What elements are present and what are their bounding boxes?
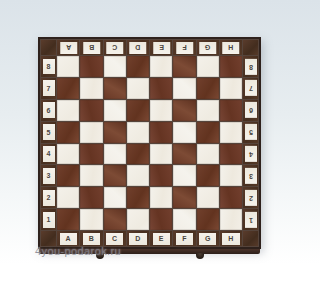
frame-corner (41, 40, 56, 55)
rank-label-left-5: 5 (41, 122, 56, 143)
square-b1 (80, 209, 102, 230)
file-label-bottom-g: G (197, 231, 219, 246)
square-c8 (104, 56, 126, 77)
square-c6 (104, 100, 126, 121)
coordinate-label: 7 (43, 80, 55, 96)
file-label-top-a: A (57, 40, 79, 55)
square-b6 (80, 100, 102, 121)
square-b5 (80, 122, 102, 143)
coordinate-label: B (83, 42, 100, 54)
square-h6 (220, 100, 242, 121)
rank-label-right-4: 4 (243, 144, 258, 165)
coordinate-label: G (199, 42, 216, 54)
rank-label-left-2: 2 (41, 187, 56, 208)
square-d1 (127, 209, 149, 230)
square-g5 (197, 122, 219, 143)
square-e7 (150, 78, 172, 99)
file-label-bottom-c: C (104, 231, 126, 246)
rank-label-left-3: 3 (41, 165, 56, 186)
square-d7 (127, 78, 149, 99)
hinge-right-icon (196, 253, 204, 259)
square-e5 (150, 122, 172, 143)
file-label-top-d: D (127, 40, 149, 55)
rank-label-left-8: 8 (41, 56, 56, 77)
coordinate-label: F (176, 42, 193, 54)
file-label-bottom-h: H (220, 231, 242, 246)
coordinate-label: 2 (245, 190, 257, 206)
square-f1 (173, 209, 195, 230)
square-f7 (173, 78, 195, 99)
coordinate-label: G (199, 233, 216, 245)
file-label-bottom-e: E (150, 231, 172, 246)
rank-label-right-8: 8 (243, 56, 258, 77)
square-c5 (104, 122, 126, 143)
square-f6 (173, 100, 195, 121)
rank-label-right-2: 2 (243, 187, 258, 208)
square-b2 (80, 187, 102, 208)
square-d6 (127, 100, 149, 121)
square-g1 (197, 209, 219, 230)
coordinate-label: 5 (245, 124, 257, 140)
coordinate-label: D (129, 233, 146, 245)
coordinate-label: 5 (43, 124, 55, 140)
coordinate-label: D (129, 42, 146, 54)
square-f5 (173, 122, 195, 143)
square-f2 (173, 187, 195, 208)
coordinate-label: H (222, 233, 239, 245)
square-d2 (127, 187, 149, 208)
square-h1 (220, 209, 242, 230)
square-e6 (150, 100, 172, 121)
frame-corner (243, 231, 258, 246)
square-g6 (197, 100, 219, 121)
rank-label-right-6: 6 (243, 100, 258, 121)
square-b7 (80, 78, 102, 99)
square-h7 (220, 78, 242, 99)
square-a2 (57, 187, 79, 208)
square-g3 (197, 165, 219, 186)
photo-background: ABCDEFGH8877665544332211ABCDEFGH 4you-po… (0, 0, 300, 300)
coordinate-label: B (83, 233, 100, 245)
square-e3 (150, 165, 172, 186)
square-h2 (220, 187, 242, 208)
square-f3 (173, 165, 195, 186)
rank-label-right-1: 1 (243, 209, 258, 230)
frame-corner (243, 40, 258, 55)
coordinate-label: 6 (43, 102, 55, 118)
rank-label-left-6: 6 (41, 100, 56, 121)
file-label-top-h: H (220, 40, 242, 55)
file-label-top-c: C (104, 40, 126, 55)
coordinate-label: A (60, 42, 77, 54)
coordinate-label: 4 (43, 146, 55, 162)
file-label-top-b: B (80, 40, 102, 55)
square-a7 (57, 78, 79, 99)
coordinate-label: E (153, 233, 170, 245)
square-d4 (127, 144, 149, 165)
coordinate-label: 1 (43, 212, 55, 228)
rank-label-left-1: 1 (41, 209, 56, 230)
square-c1 (104, 209, 126, 230)
coordinate-label: 2 (43, 190, 55, 206)
coordinate-label: A (60, 233, 77, 245)
chess-board: ABCDEFGH8877665544332211ABCDEFGH (38, 37, 261, 249)
file-label-bottom-d: D (127, 231, 149, 246)
square-a3 (57, 165, 79, 186)
coordinate-label: 4 (245, 146, 257, 162)
coordinate-label: 1 (245, 212, 257, 228)
file-label-bottom-f: F (173, 231, 195, 246)
rank-label-right-3: 3 (243, 165, 258, 186)
file-label-top-e: E (150, 40, 172, 55)
square-a5 (57, 122, 79, 143)
coordinate-label: H (222, 42, 239, 54)
square-c7 (104, 78, 126, 99)
rank-label-right-7: 7 (243, 78, 258, 99)
coordinate-label: F (176, 233, 193, 245)
square-g2 (197, 187, 219, 208)
square-a6 (57, 100, 79, 121)
square-a4 (57, 144, 79, 165)
square-e2 (150, 187, 172, 208)
file-label-top-f: F (173, 40, 195, 55)
square-h3 (220, 165, 242, 186)
square-b3 (80, 165, 102, 186)
square-e4 (150, 144, 172, 165)
coordinate-label: C (106, 233, 123, 245)
square-a8 (57, 56, 79, 77)
coordinate-label: 8 (43, 59, 55, 75)
file-label-bottom-a: A (57, 231, 79, 246)
square-h5 (220, 122, 242, 143)
square-a1 (57, 209, 79, 230)
square-f8 (173, 56, 195, 77)
square-g7 (197, 78, 219, 99)
rank-label-left-7: 7 (41, 78, 56, 99)
watermark-text: 4you-podarok.ru (35, 245, 121, 257)
square-c4 (104, 144, 126, 165)
square-d5 (127, 122, 149, 143)
square-d3 (127, 165, 149, 186)
square-c2 (104, 187, 126, 208)
frame-corner (41, 231, 56, 246)
coordinate-label: 3 (43, 168, 55, 184)
rank-label-left-4: 4 (41, 144, 56, 165)
square-f4 (173, 144, 195, 165)
file-label-bottom-b: B (80, 231, 102, 246)
coordinate-label: E (153, 42, 170, 54)
coordinate-label: 8 (245, 59, 257, 75)
square-d8 (127, 56, 149, 77)
coordinate-label: 3 (245, 168, 257, 184)
square-e1 (150, 209, 172, 230)
square-b4 (80, 144, 102, 165)
square-b8 (80, 56, 102, 77)
rank-label-right-5: 5 (243, 122, 258, 143)
square-g8 (197, 56, 219, 77)
square-e8 (150, 56, 172, 77)
coordinate-label: C (106, 42, 123, 54)
file-label-top-g: G (197, 40, 219, 55)
coordinate-label: 7 (245, 80, 257, 96)
square-h8 (220, 56, 242, 77)
square-h4 (220, 144, 242, 165)
square-g4 (197, 144, 219, 165)
square-c3 (104, 165, 126, 186)
board-grid: ABCDEFGH8877665544332211ABCDEFGH (40, 39, 259, 247)
coordinate-label: 6 (245, 102, 257, 118)
